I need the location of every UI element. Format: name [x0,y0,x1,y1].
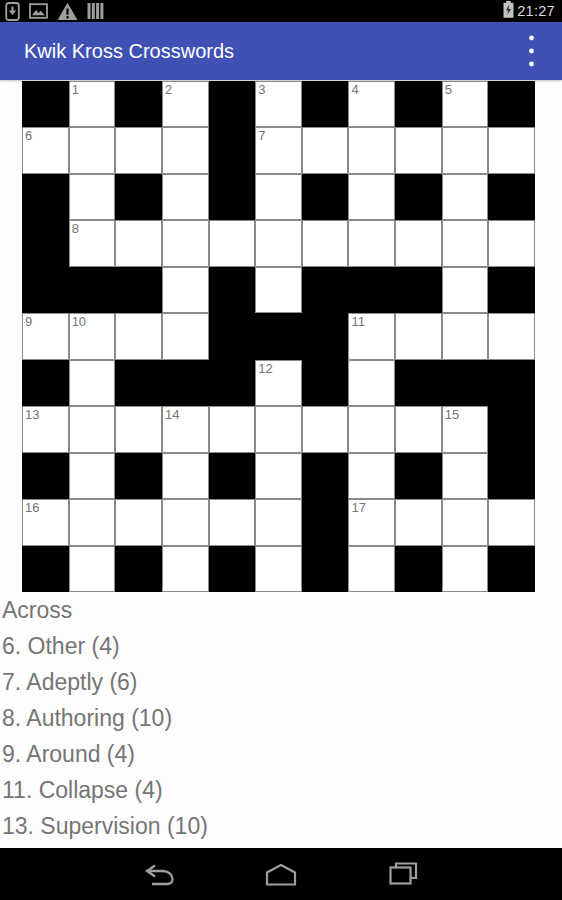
grid-cell-0-10 [488,81,535,127]
grid-cell-4-1 [69,267,116,313]
screen: 21:27 Kwik Kross Crosswords 123456789101… [0,0,562,900]
grid-cell-5-10[interactable] [488,313,535,359]
grid-cell-9-7[interactable]: 17 [348,499,395,545]
cell-number: 9 [25,314,32,329]
grid-cell-5-9[interactable] [442,313,489,359]
grid-cell-2-4 [209,174,256,220]
grid-cell-1-10[interactable] [488,127,535,173]
grid-cell-4-4 [209,267,256,313]
recents-button[interactable] [386,861,420,887]
grid-cell-7-1[interactable] [69,406,116,452]
grid-cell-4-5[interactable] [255,267,302,313]
back-button[interactable] [142,861,176,887]
grid-cell-1-1[interactable] [69,127,116,173]
warning-icon [57,2,78,21]
sim-bars-icon [87,2,104,20]
grid-cell-1-6[interactable] [302,127,349,173]
grid-cell-2-8 [395,174,442,220]
grid-cell-9-0[interactable]: 16 [22,499,69,545]
grid-cell-2-10 [488,174,535,220]
grid-cell-3-6[interactable] [302,220,349,266]
grid-cell-4-8 [395,267,442,313]
grid-cell-3-2[interactable] [115,220,162,266]
grid-cell-2-7[interactable] [348,174,395,220]
grid-cell-8-8 [395,453,442,499]
clue-item[interactable]: 8. Authoring (10) [2,700,562,736]
grid-cell-7-0[interactable]: 13 [22,406,69,452]
grid-cell-4-10 [488,267,535,313]
grid-cell-8-0 [22,453,69,499]
status-bar-notifications [5,2,104,21]
grid-cell-4-2 [115,267,162,313]
status-time: 21:27 [517,3,557,19]
grid-cell-4-9[interactable] [442,267,489,313]
cell-number: 12 [258,361,272,376]
grid-cell-3-7[interactable] [348,220,395,266]
grid-cell-6-3 [162,360,209,406]
grid-cell-1-3[interactable] [162,127,209,173]
grid-cell-2-9[interactable] [442,174,489,220]
grid-cell-1-7[interactable] [348,127,395,173]
grid-cell-7-6[interactable] [302,406,349,452]
clue-item[interactable]: 7. Adeptly (6) [2,664,562,700]
grid-cell-10-8 [395,546,442,592]
grid-cell-7-5[interactable] [255,406,302,452]
grid-cell-5-8[interactable] [395,313,442,359]
grid-cell-5-2[interactable] [115,313,162,359]
navigation-bar [0,848,562,900]
home-button[interactable] [264,861,298,887]
grid-cell-1-2[interactable] [115,127,162,173]
grid-cell-8-7[interactable] [348,453,395,499]
grid-cell-5-1[interactable]: 10 [69,313,116,359]
grid-cell-9-2[interactable] [115,499,162,545]
grid-cell-10-3[interactable] [162,546,209,592]
cell-number: 14 [165,407,179,422]
grid-cell-6-6 [302,360,349,406]
grid-cell-0-5[interactable]: 3 [255,81,302,127]
grid-cell-3-4[interactable] [209,220,256,266]
grid-cell-1-5[interactable]: 7 [255,127,302,173]
grid-cell-9-10[interactable] [488,499,535,545]
app-bar: Kwik Kross Crosswords [0,22,562,80]
grid-cell-6-2 [115,360,162,406]
grid-cell-3-1[interactable]: 8 [69,220,116,266]
cell-number: 8 [72,221,79,236]
grid-cell-9-9[interactable] [442,499,489,545]
cell-number: 10 [72,314,86,329]
grid-cell-0-4 [209,81,256,127]
clue-item[interactable]: 13. Supervision (10) [2,808,562,844]
grid-cell-2-5[interactable] [255,174,302,220]
overflow-menu-button[interactable] [516,22,546,80]
cell-number: 5 [445,82,452,97]
cell-number: 7 [258,128,265,143]
grid-cell-7-2[interactable] [115,406,162,452]
grid-cell-8-4 [209,453,256,499]
app-title: Kwik Kross Crosswords [0,40,234,63]
grid-cell-5-4 [209,313,256,359]
crossword-grid: 1234567891011121314151617 [22,81,535,592]
grid-cell-3-5[interactable] [255,220,302,266]
grid-cell-10-0 [22,546,69,592]
grid-cell-9-5[interactable] [255,499,302,545]
grid-cell-0-6 [302,81,349,127]
grid-cell-3-0 [22,220,69,266]
grid-cell-6-4 [209,360,256,406]
battery-charging-icon [503,1,514,22]
grid-cell-0-1[interactable]: 1 [69,81,116,127]
grid-cell-2-3[interactable] [162,174,209,220]
grid-cell-10-10 [488,546,535,592]
grid-cell-0-7[interactable]: 4 [348,81,395,127]
cell-number: 2 [165,82,172,97]
grid-cell-5-0[interactable]: 9 [22,313,69,359]
grid-cell-7-10 [488,406,535,452]
grid-cell-6-1[interactable] [69,360,116,406]
grid-cell-7-3[interactable]: 14 [162,406,209,452]
grid-cell-6-10 [488,360,535,406]
grid-cell-10-1[interactable] [69,546,116,592]
grid-cell-4-6 [302,267,349,313]
cell-number: 6 [25,128,32,143]
grid-cell-6-7[interactable] [348,360,395,406]
system-update-icon [5,2,20,21]
grid-cell-4-3[interactable] [162,267,209,313]
grid-cell-9-8[interactable] [395,499,442,545]
grid-cell-2-6 [302,174,349,220]
grid-cell-9-1[interactable] [69,499,116,545]
grid-cell-6-9 [442,360,489,406]
screenshot-icon [29,3,48,19]
grid-cell-0-3[interactable]: 2 [162,81,209,127]
status-bar: 21:27 [0,0,562,22]
grid-cell-1-4 [209,127,256,173]
grid-cell-0-0 [22,81,69,127]
clue-item[interactable]: 6. Other (4) [2,628,562,664]
grid-cell-3-9[interactable] [442,220,489,266]
grid-cell-3-3[interactable] [162,220,209,266]
cell-number: 13 [25,407,39,422]
grid-cell-8-9[interactable] [442,453,489,499]
grid-cell-5-6 [302,313,349,359]
grid-cell-0-8 [395,81,442,127]
grid-cell-5-3[interactable] [162,313,209,359]
grid-cell-8-1[interactable] [69,453,116,499]
grid-cell-0-2 [115,81,162,127]
grid-cell-8-5[interactable] [255,453,302,499]
grid-cell-8-2 [115,453,162,499]
grid-cell-8-10 [488,453,535,499]
grid-cell-7-8[interactable] [395,406,442,452]
cell-number: 15 [445,407,459,422]
grid-cell-6-0 [22,360,69,406]
grid-cell-5-7[interactable]: 11 [348,313,395,359]
grid-cell-10-4 [209,546,256,592]
grid-cell-2-0 [22,174,69,220]
grid-cell-2-1[interactable] [69,174,116,220]
grid-cell-4-0 [22,267,69,313]
grid-cell-3-8[interactable] [395,220,442,266]
grid-cell-1-8[interactable] [395,127,442,173]
grid-cell-10-6 [302,546,349,592]
grid-cell-0-9[interactable]: 5 [442,81,489,127]
cell-number: 17 [351,500,365,515]
cell-number: 1 [72,82,79,97]
grid-cell-8-6 [302,453,349,499]
grid-cell-2-2 [115,174,162,220]
clue-item[interactable]: 9. Around (4) [2,736,562,772]
grid-cell-10-2 [115,546,162,592]
grid-cell-3-10[interactable] [488,220,535,266]
grid-cell-1-0[interactable]: 6 [22,127,69,173]
grid-cell-7-9[interactable]: 15 [442,406,489,452]
grid-cell-9-6 [302,499,349,545]
clue-section-header: Across [2,592,562,628]
cell-number: 11 [351,314,365,329]
cell-number: 16 [25,500,39,515]
grid-cell-9-4[interactable] [209,499,256,545]
grid-cell-4-7 [348,267,395,313]
grid-cell-10-7[interactable] [348,546,395,592]
grid-cell-6-5[interactable]: 12 [255,360,302,406]
cell-number: 4 [351,82,358,97]
grid-cell-1-9[interactable] [442,127,489,173]
grid-cell-8-3[interactable] [162,453,209,499]
grid-cell-5-5 [255,313,302,359]
grid-cell-7-4[interactable] [209,406,256,452]
grid-cell-10-9[interactable] [442,546,489,592]
grid-cell-10-5[interactable] [255,546,302,592]
cell-number: 3 [258,82,265,97]
grid-cell-6-8 [395,360,442,406]
grid-cell-9-3[interactable] [162,499,209,545]
grid-cell-7-7[interactable] [348,406,395,452]
clue-item[interactable]: 11. Collapse (4) [2,772,562,808]
